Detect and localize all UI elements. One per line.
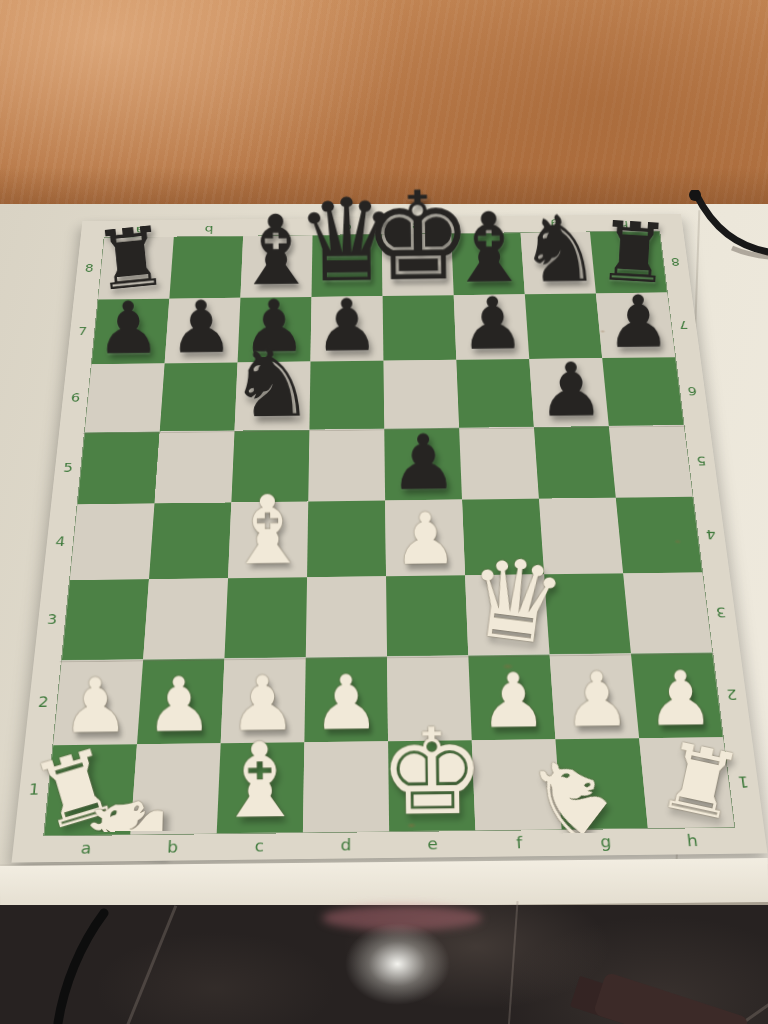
white-pawn-h2: ♟	[646, 665, 714, 735]
square-h6	[602, 357, 683, 426]
square-a6	[85, 363, 165, 432]
black-pawn-b7: ♟	[168, 294, 233, 361]
square-g5	[534, 426, 616, 499]
square-h5	[609, 425, 693, 498]
square-h2: ♟	[631, 652, 723, 738]
square-h7: ♟	[596, 293, 675, 358]
square-f8: ♝	[451, 233, 525, 295]
white-pawn-e4: ♟	[393, 507, 457, 573]
file-label-top-c: c	[243, 223, 312, 233]
black-pawn-e5: ♟	[389, 427, 458, 498]
board-squares: ♜♝♛♚♝♞♜♟♟♟♟♟♟♞♟♟♝♟♛♟♟♟♟♟♟♟♜♞♝♚♞♜	[44, 231, 734, 835]
white-pawn-d2: ♟	[312, 669, 380, 739]
square-f1	[472, 739, 562, 830]
file-label-top-a: a	[105, 224, 175, 235]
square-d7: ♟	[310, 296, 383, 362]
file-label-bottom-h: h	[648, 833, 736, 849]
square-b4	[149, 502, 231, 579]
square-e1: ♚	[388, 740, 475, 831]
square-f3: ♛	[465, 574, 550, 655]
square-g8: ♞	[521, 232, 596, 294]
rank-label-right-4: 4	[693, 496, 730, 572]
square-b2: ♟	[137, 658, 224, 744]
square-b5	[154, 431, 234, 504]
square-d5	[308, 429, 385, 502]
floor-cable-icon	[30, 905, 140, 1024]
square-h3	[623, 572, 712, 653]
square-g7	[525, 293, 602, 358]
square-c5	[231, 430, 309, 503]
file-label-top-e: e	[382, 221, 451, 231]
black-pawn-f7: ♟	[460, 290, 525, 357]
square-a4	[70, 503, 155, 580]
black-pawn-h7: ♟	[605, 288, 670, 355]
square-a8: ♜	[98, 237, 174, 299]
square-d3	[306, 576, 387, 657]
square-f6	[456, 359, 534, 428]
square-e6	[383, 360, 459, 429]
square-d8: ♛	[312, 235, 383, 297]
square-b6	[160, 362, 238, 431]
square-c3	[224, 577, 307, 658]
board-scene: abcdefgh abcdefgh 87654321 87654321 ♜♝♛♚…	[1, 0, 768, 863]
file-label-bottom-c: c	[216, 838, 303, 854]
square-b3	[143, 578, 228, 659]
square-b7: ♟	[165, 298, 241, 364]
square-b1: ♞	[130, 743, 220, 834]
square-d2: ♟	[304, 656, 388, 742]
file-label-bottom-g: g	[562, 834, 650, 850]
floor	[0, 905, 768, 1024]
square-c8: ♝	[240, 235, 312, 297]
cable-icon	[686, 190, 768, 264]
file-label-top-g: g	[520, 219, 590, 229]
square-b8	[169, 236, 243, 298]
square-g4	[539, 498, 623, 575]
white-pawn-a2: ♟	[61, 672, 129, 742]
square-e5: ♟	[384, 428, 462, 501]
white-queen-f3: ♛	[460, 545, 571, 658]
black-pawn-d7: ♟	[314, 292, 379, 359]
square-e4: ♟	[385, 500, 465, 577]
square-h8: ♜	[590, 231, 667, 293]
file-label-bottom-f: f	[476, 835, 563, 851]
square-c6: ♞	[235, 362, 311, 431]
square-g1: ♞	[555, 738, 647, 829]
square-e3	[386, 575, 468, 656]
chess-board: abcdefgh abcdefgh 87654321 87654321 ♜♝♛♚…	[12, 214, 768, 863]
file-label-top-b: b	[174, 223, 244, 234]
square-f4	[462, 499, 544, 576]
square-a2: ♟	[53, 659, 143, 745]
file-label-top-f: f	[451, 220, 521, 230]
square-c4: ♝	[228, 501, 308, 578]
square-d1	[303, 741, 389, 832]
white-pawn-g2: ♟	[563, 666, 631, 736]
file-label-top-h: h	[589, 218, 659, 228]
white-pawn-f2: ♟	[479, 667, 547, 737]
light-reflection	[345, 923, 450, 1005]
square-h1: ♜	[639, 737, 734, 828]
square-a5	[78, 432, 160, 505]
file-label-top-d: d	[313, 222, 382, 232]
square-g2: ♟	[550, 653, 640, 739]
square-c2: ♟	[221, 657, 306, 743]
square-d4	[307, 501, 386, 578]
square-g3	[544, 573, 631, 654]
white-pawn-b2: ♟	[145, 671, 213, 741]
white-pawn-c2: ♟	[228, 670, 296, 740]
square-h4	[616, 497, 702, 574]
square-c7: ♟	[238, 297, 312, 363]
square-g6: ♟	[529, 358, 609, 427]
square-f2: ♟	[468, 654, 555, 740]
file-label-bottom-e: e	[389, 836, 476, 852]
file-label-bottom-d: d	[303, 837, 390, 853]
black-pawn-a7: ♟	[95, 295, 160, 362]
photo-scene: abcdefgh abcdefgh 87654321 87654321 ♜♝♛♚…	[0, 0, 768, 1024]
square-a7: ♟	[92, 299, 170, 365]
floor-tile-seam	[507, 901, 518, 1024]
square-a1: ♜	[44, 744, 137, 835]
square-c1: ♝	[217, 742, 305, 833]
square-e2	[387, 655, 472, 741]
square-f5	[459, 427, 539, 500]
black-pawn-c7: ♟	[241, 293, 306, 360]
square-f7: ♟	[454, 294, 530, 359]
square-e7	[383, 295, 457, 361]
file-label-bottom-a: a	[42, 840, 130, 856]
dark-floor-object	[593, 972, 749, 1024]
white-bishop-c1: ♝	[213, 734, 306, 830]
square-e8: ♚	[382, 234, 454, 296]
square-d6	[309, 361, 384, 430]
square-a3	[62, 579, 149, 660]
black-pawn-g6: ♟	[537, 355, 604, 424]
file-label-bottom-b: b	[129, 839, 217, 855]
